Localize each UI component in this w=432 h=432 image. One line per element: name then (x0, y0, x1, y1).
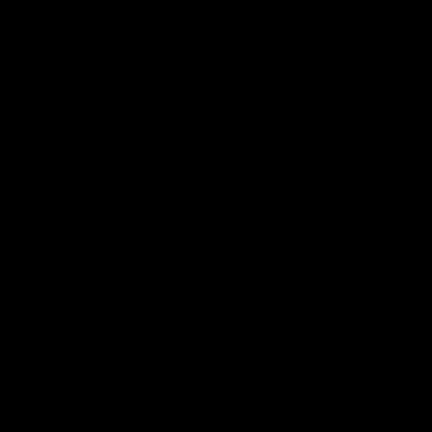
chess-board (0, 0, 432, 432)
chess-board-window (0, 0, 432, 432)
